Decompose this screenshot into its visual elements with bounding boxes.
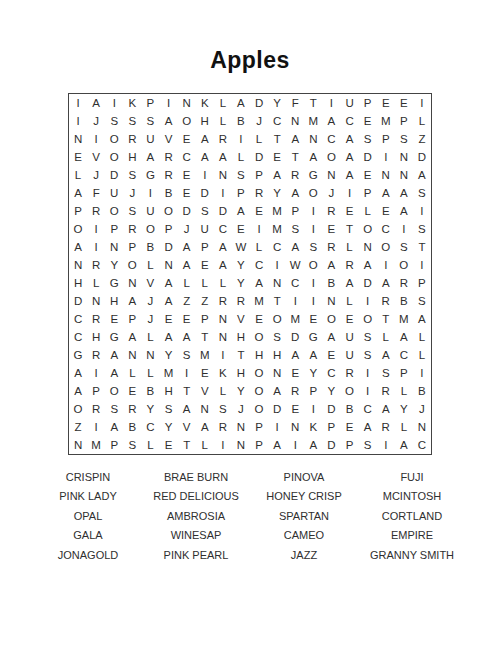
grid-cell[interactable]: I [141,184,159,202]
grid-cell[interactable]: M [250,292,268,310]
grid-cell[interactable]: P [105,220,123,238]
grid-cell[interactable]: A [178,256,196,274]
grid-cell[interactable]: B [141,382,159,400]
grid-cell[interactable]: I [322,94,340,112]
grid-cell[interactable]: P [87,382,105,400]
grid-cell[interactable]: Z [178,292,196,310]
grid-cell[interactable]: D [250,94,268,112]
grid-cell[interactable]: A [341,130,359,148]
grid-cell[interactable]: C [69,328,87,346]
grid-cell[interactable]: A [395,202,413,220]
grid-cell[interactable]: Z [69,418,87,436]
grid-cell[interactable]: N [268,274,286,292]
grid-cell[interactable]: Y [160,418,178,436]
grid-cell[interactable]: I [359,364,377,382]
grid-cell[interactable]: A [359,418,377,436]
grid-cell[interactable]: R [395,274,413,292]
grid-cell[interactable]: E [268,148,286,166]
grid-cell[interactable]: U [141,130,159,148]
grid-cell[interactable]: L [123,364,141,382]
grid-cell[interactable]: N [105,238,123,256]
grid-cell[interactable]: A [69,184,87,202]
grid-cell[interactable]: A [196,148,214,166]
grid-cell[interactable]: E [178,184,196,202]
grid-cell[interactable]: H [87,328,105,346]
grid-cell[interactable]: P [395,364,413,382]
grid-cell[interactable]: E [178,130,196,148]
grid-cell[interactable]: I [87,364,105,382]
grid-cell[interactable]: A [341,274,359,292]
grid-cell[interactable]: A [304,346,322,364]
grid-cell[interactable]: A [123,292,141,310]
grid-cell[interactable]: R [87,202,105,220]
grid-cell[interactable]: U [196,220,214,238]
grid-cell[interactable]: T [232,346,250,364]
grid-cell[interactable]: E [69,148,87,166]
grid-cell[interactable]: P [395,112,413,130]
grid-cell[interactable]: L [395,418,413,436]
grid-cell[interactable]: L [87,274,105,292]
grid-cell[interactable]: P [196,238,214,256]
grid-cell[interactable]: G [105,328,123,346]
grid-cell[interactable]: J [322,184,340,202]
grid-cell[interactable]: H [123,148,141,166]
grid-cell[interactable]: C [377,220,395,238]
grid-cell[interactable]: S [359,328,377,346]
grid-cell[interactable]: V [232,310,250,328]
grid-cell[interactable]: S [304,238,322,256]
grid-cell[interactable]: E [341,202,359,220]
grid-cell[interactable]: O [105,202,123,220]
grid-cell[interactable]: I [160,94,178,112]
grid-cell[interactable]: N [69,436,87,454]
grid-cell[interactable]: R [214,130,232,148]
grid-cell[interactable]: L [413,112,431,130]
grid-cell[interactable]: L [141,328,159,346]
grid-cell[interactable]: A [160,328,178,346]
grid-cell[interactable]: K [196,94,214,112]
grid-cell[interactable]: E [232,220,250,238]
grid-cell[interactable]: D [322,400,340,418]
grid-cell[interactable]: L [196,274,214,292]
grid-cell[interactable]: C [359,400,377,418]
grid-cell[interactable]: G [69,346,87,364]
grid-cell[interactable]: B [123,418,141,436]
grid-cell[interactable]: T [304,94,322,112]
grid-cell[interactable]: J [87,166,105,184]
grid-cell[interactable]: E [286,364,304,382]
grid-cell[interactable]: A [304,148,322,166]
grid-cell[interactable]: D [105,166,123,184]
grid-cell[interactable]: R [160,166,178,184]
grid-cell[interactable]: C [413,436,431,454]
grid-cell[interactable]: L [214,112,232,130]
grid-cell[interactable]: N [377,166,395,184]
grid-cell[interactable]: I [286,292,304,310]
grid-cell[interactable]: L [141,256,159,274]
grid-cell[interactable]: G [304,166,322,184]
grid-cell[interactable]: B [413,382,431,400]
grid-cell[interactable]: E [286,400,304,418]
grid-cell[interactable]: C [69,310,87,328]
grid-cell[interactable]: E [178,166,196,184]
grid-cell[interactable]: O [250,328,268,346]
grid-cell[interactable]: E [341,418,359,436]
grid-cell[interactable]: T [341,220,359,238]
grid-cell[interactable]: P [141,94,159,112]
grid-cell[interactable]: E [178,310,196,328]
grid-cell[interactable]: H [232,328,250,346]
grid-cell[interactable]: T [268,130,286,148]
grid-cell[interactable]: I [377,436,395,454]
grid-cell[interactable]: P [69,202,87,220]
grid-cell[interactable]: S [413,220,431,238]
grid-cell[interactable]: D [250,148,268,166]
grid-cell[interactable]: A [322,256,340,274]
grid-cell[interactable]: U [341,328,359,346]
grid-cell[interactable]: V [87,148,105,166]
grid-cell[interactable]: I [377,148,395,166]
grid-cell[interactable]: O [141,220,159,238]
grid-cell[interactable]: L [196,436,214,454]
grid-cell[interactable]: T [377,310,395,328]
grid-cell[interactable]: I [232,130,250,148]
grid-cell[interactable]: E [377,202,395,220]
grid-cell[interactable]: A [69,382,87,400]
grid-cell[interactable]: C [286,274,304,292]
grid-cell[interactable]: O [69,400,87,418]
grid-cell[interactable]: A [359,256,377,274]
grid-cell[interactable]: O [268,310,286,328]
grid-cell[interactable]: N [214,166,232,184]
grid-cell[interactable]: A [377,346,395,364]
grid-cell[interactable]: P [359,184,377,202]
grid-cell[interactable]: R [341,256,359,274]
grid-cell[interactable]: H [196,112,214,130]
grid-cell[interactable]: I [413,256,431,274]
grid-cell[interactable]: R [286,382,304,400]
grid-cell[interactable]: T [413,238,431,256]
grid-cell[interactable]: P [322,418,340,436]
grid-cell[interactable]: S [160,400,178,418]
grid-cell[interactable]: L [341,292,359,310]
grid-cell[interactable]: U [341,346,359,364]
grid-cell[interactable]: S [268,328,286,346]
grid-cell[interactable]: L [69,166,87,184]
grid-cell[interactable]: W [232,238,250,256]
grid-cell[interactable]: A [250,274,268,292]
grid-cell[interactable]: I [395,220,413,238]
grid-cell[interactable]: C [141,418,159,436]
grid-cell[interactable]: M [377,112,395,130]
grid-cell[interactable]: B [141,238,159,256]
grid-cell[interactable]: G [304,328,322,346]
grid-cell[interactable]: M [395,310,413,328]
grid-cell[interactable]: E [395,94,413,112]
grid-cell[interactable]: N [286,418,304,436]
grid-cell[interactable]: O [250,400,268,418]
grid-cell[interactable]: E [322,220,340,238]
grid-cell[interactable]: I [304,400,322,418]
grid-cell[interactable]: O [341,382,359,400]
grid-cell[interactable]: B [160,184,178,202]
grid-cell[interactable]: B [341,400,359,418]
grid-cell[interactable]: A [214,256,232,274]
grid-cell[interactable]: I [105,94,123,112]
grid-cell[interactable]: Y [105,256,123,274]
grid-cell[interactable]: H [268,346,286,364]
grid-cell[interactable]: A [286,184,304,202]
grid-cell[interactable]: R [377,292,395,310]
grid-cell[interactable]: N [87,292,105,310]
grid-cell[interactable]: A [214,148,232,166]
grid-cell[interactable]: I [69,112,87,130]
grid-cell[interactable]: M [304,112,322,130]
grid-cell[interactable]: N [214,310,232,328]
grid-cell[interactable]: M [196,346,214,364]
grid-cell[interactable]: V [196,382,214,400]
grid-cell[interactable]: L [377,328,395,346]
grid-cell[interactable]: I [304,274,322,292]
grid-cell[interactable]: Y [141,400,159,418]
grid-cell[interactable]: Y [232,256,250,274]
grid-cell[interactable]: A [413,166,431,184]
grid-cell[interactable]: B [395,292,413,310]
grid-cell[interactable]: R [160,148,178,166]
grid-cell[interactable]: L [141,436,159,454]
grid-cell[interactable]: I [304,220,322,238]
grid-cell[interactable]: G [105,274,123,292]
grid-cell[interactable]: I [196,166,214,184]
grid-cell[interactable]: S [413,184,431,202]
grid-cell[interactable]: C [395,346,413,364]
grid-cell[interactable]: C [322,364,340,382]
grid-cell[interactable]: C [341,112,359,130]
grid-cell[interactable]: R [322,202,340,220]
grid-cell[interactable]: A [105,418,123,436]
grid-cell[interactable]: J [141,292,159,310]
grid-cell[interactable]: D [268,400,286,418]
grid-cell[interactable]: U [105,184,123,202]
grid-cell[interactable]: N [196,400,214,418]
grid-cell[interactable]: N [178,94,196,112]
grid-cell[interactable]: P [250,436,268,454]
grid-cell[interactable]: P [413,274,431,292]
grid-cell[interactable]: A [178,328,196,346]
grid-cell[interactable]: N [123,274,141,292]
grid-cell[interactable]: F [87,184,105,202]
grid-cell[interactable]: E [196,364,214,382]
grid-cell[interactable]: N [413,418,431,436]
grid-cell[interactable]: P [105,436,123,454]
grid-cell[interactable]: A [214,238,232,256]
grid-cell[interactable]: J [232,400,250,418]
grid-cell[interactable]: S [123,436,141,454]
grid-cell[interactable]: A [341,166,359,184]
grid-cell[interactable]: A [123,328,141,346]
grid-cell[interactable]: A [286,346,304,364]
grid-cell[interactable]: T [178,436,196,454]
grid-cell[interactable]: P [250,418,268,436]
grid-cell[interactable]: A [105,364,123,382]
grid-cell[interactable]: S [395,130,413,148]
grid-cell[interactable]: D [359,148,377,166]
grid-cell[interactable]: O [359,220,377,238]
grid-cell[interactable]: R [250,184,268,202]
grid-cell[interactable]: S [105,112,123,130]
grid-cell[interactable]: I [69,94,87,112]
grid-cell[interactable]: M [160,364,178,382]
grid-cell[interactable]: K [304,418,322,436]
grid-cell[interactable]: N [232,418,250,436]
grid-cell[interactable]: T [196,328,214,346]
grid-cell[interactable]: S [214,400,232,418]
grid-cell[interactable]: J [141,310,159,328]
grid-cell[interactable]: P [160,220,178,238]
grid-cell[interactable]: D [413,148,431,166]
grid-cell[interactable]: Y [232,274,250,292]
grid-cell[interactable]: J [178,220,196,238]
grid-cell[interactable]: S [141,112,159,130]
grid-cell[interactable]: K [123,94,141,112]
grid-cell[interactable]: I [250,220,268,238]
grid-cell[interactable]: F [286,94,304,112]
grid-cell[interactable]: R [123,400,141,418]
grid-cell[interactable]: L [214,274,232,292]
grid-cell[interactable]: E [359,166,377,184]
grid-cell[interactable]: I [286,436,304,454]
grid-cell[interactable]: R [87,310,105,328]
grid-cell[interactable]: P [250,166,268,184]
grid-cell[interactable]: N [322,166,340,184]
grid-cell[interactable]: D [178,202,196,220]
grid-cell[interactable]: I [341,184,359,202]
grid-cell[interactable]: A [322,112,340,130]
grid-cell[interactable]: E [377,94,395,112]
grid-cell[interactable]: S [123,202,141,220]
grid-cell[interactable]: I [214,346,232,364]
grid-cell[interactable]: A [69,238,87,256]
grid-cell[interactable]: B [232,112,250,130]
grid-cell[interactable]: L [413,346,431,364]
grid-cell[interactable]: S [413,292,431,310]
grid-cell[interactable]: A [304,436,322,454]
grid-cell[interactable]: I [413,94,431,112]
grid-cell[interactable]: L [214,94,232,112]
grid-cell[interactable]: C [178,148,196,166]
grid-cell[interactable]: A [105,346,123,364]
grid-cell[interactable]: D [69,292,87,310]
grid-cell[interactable]: C [268,238,286,256]
grid-cell[interactable]: N [286,112,304,130]
grid-cell[interactable]: A [178,238,196,256]
grid-cell[interactable]: S [123,166,141,184]
grid-cell[interactable]: A [160,292,178,310]
grid-cell[interactable]: L [341,238,359,256]
grid-cell[interactable]: E [123,382,141,400]
grid-cell[interactable]: T [268,292,286,310]
grid-cell[interactable]: C [250,256,268,274]
grid-cell[interactable]: P [341,436,359,454]
grid-cell[interactable]: N [214,328,232,346]
grid-cell[interactable]: T [178,382,196,400]
grid-cell[interactable]: O [178,112,196,130]
grid-cell[interactable]: W [286,256,304,274]
grid-cell[interactable]: I [87,220,105,238]
grid-cell[interactable]: Z [413,130,431,148]
grid-cell[interactable]: I [413,202,431,220]
grid-cell[interactable]: P [123,238,141,256]
grid-cell[interactable]: I [214,436,232,454]
grid-cell[interactable]: R [232,292,250,310]
grid-cell[interactable]: L [413,328,431,346]
grid-cell[interactable]: E [105,310,123,328]
grid-cell[interactable]: O [160,202,178,220]
grid-cell[interactable]: I [214,184,232,202]
grid-cell[interactable]: M [87,436,105,454]
grid-cell[interactable]: N [322,292,340,310]
grid-cell[interactable]: A [141,148,159,166]
grid-cell[interactable]: L [250,130,268,148]
grid-cell[interactable]: O [105,382,123,400]
grid-cell[interactable]: M [286,310,304,328]
grid-cell[interactable]: A [232,202,250,220]
grid-cell[interactable]: N [69,130,87,148]
grid-cell[interactable]: A [196,418,214,436]
grid-cell[interactable]: N [123,346,141,364]
grid-cell[interactable]: H [160,382,178,400]
grid-cell[interactable]: S [377,364,395,382]
grid-cell[interactable]: C [268,112,286,130]
grid-cell[interactable]: L [178,274,196,292]
grid-cell[interactable]: O [322,310,340,328]
grid-cell[interactable]: S [178,346,196,364]
grid-cell[interactable]: P [123,310,141,328]
grid-cell[interactable]: U [141,202,159,220]
grid-cell[interactable]: J [250,112,268,130]
grid-cell[interactable]: S [196,202,214,220]
grid-cell[interactable]: R [377,382,395,400]
grid-cell[interactable]: R [87,256,105,274]
grid-cell[interactable]: O [105,130,123,148]
grid-cell[interactable]: O [322,148,340,166]
grid-cell[interactable]: E [250,310,268,328]
grid-cell[interactable]: N [359,238,377,256]
grid-cell[interactable]: I [304,292,322,310]
grid-cell[interactable]: A [395,436,413,454]
grid-cell[interactable]: A [87,94,105,112]
grid-cell[interactable]: R [377,418,395,436]
grid-cell[interactable]: U [341,94,359,112]
grid-cell[interactable]: C [322,130,340,148]
grid-cell[interactable]: N [232,436,250,454]
grid-cell[interactable]: R [214,418,232,436]
grid-cell[interactable]: S [232,166,250,184]
grid-cell[interactable]: N [160,256,178,274]
grid-cell[interactable]: L [250,238,268,256]
grid-cell[interactable]: E [160,310,178,328]
grid-cell[interactable]: H [69,274,87,292]
grid-cell[interactable]: O [250,364,268,382]
grid-cell[interactable]: B [322,274,340,292]
grid-cell[interactable]: A [268,166,286,184]
grid-cell[interactable]: R [214,292,232,310]
grid-cell[interactable]: S [395,238,413,256]
grid-cell[interactable]: I [359,292,377,310]
grid-cell[interactable]: E [359,112,377,130]
grid-cell[interactable]: A [286,238,304,256]
grid-cell[interactable]: A [395,184,413,202]
